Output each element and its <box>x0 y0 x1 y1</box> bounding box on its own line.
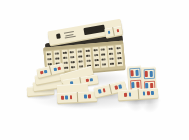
back-pictogram-mark <box>96 54 98 56</box>
dominoes-set-photo <box>0 0 189 140</box>
back-pictogram-mark <box>66 66 68 68</box>
back-pictogram-mark <box>112 57 114 59</box>
back-pictogram-mark <box>88 59 90 61</box>
lid-print-text-line <box>65 36 76 39</box>
pip-pictogram <box>116 29 119 33</box>
pip-pictogram <box>128 93 131 97</box>
pip-pictogram <box>44 70 47 74</box>
lid-logo-print <box>56 33 61 39</box>
standing-tile-back <box>77 48 85 69</box>
back-pictogram-mark <box>103 49 105 51</box>
back-pictogram-mark <box>73 65 75 67</box>
pip-pictogram <box>88 95 91 99</box>
back-pictogram-mark <box>72 51 74 53</box>
back-pictogram-mark <box>118 47 120 49</box>
tile-half <box>112 25 123 36</box>
tile-half-framed <box>143 68 154 79</box>
domino-tile-chain-left <box>57 91 97 103</box>
back-pictogram-mark <box>111 48 113 50</box>
back-pictogram-mark <box>73 61 75 63</box>
pip-pictogram <box>130 70 134 76</box>
tile-half-framed <box>129 67 141 78</box>
back-pictogram-mark <box>95 49 97 51</box>
pip-pictogram <box>143 92 146 96</box>
pip-pictogram <box>90 78 93 82</box>
back-pictogram-mark <box>65 57 67 59</box>
pip-pictogram <box>107 30 110 34</box>
pip-pictogram <box>118 85 121 89</box>
back-pictogram-mark <box>119 52 121 54</box>
pip-pictogram <box>147 91 150 95</box>
back-pictogram-mark <box>111 53 113 55</box>
pip-pictogram <box>131 82 135 88</box>
back-pictogram-mark <box>64 52 66 54</box>
standing-tile-back <box>107 46 115 67</box>
pip-pictogram <box>58 67 61 71</box>
pip-pictogram <box>86 79 89 83</box>
back-pictogram-mark <box>104 58 106 60</box>
pip-pictogram <box>149 71 153 77</box>
back-pictogram-mark <box>97 63 99 65</box>
pip-pictogram <box>136 82 140 88</box>
back-pictogram-mark <box>80 51 82 53</box>
standing-tile-back <box>69 49 77 70</box>
back-pictogram-mark <box>96 59 98 61</box>
lid-print-label <box>83 25 105 36</box>
tile-half <box>57 92 77 103</box>
standing-tile-back <box>92 47 100 68</box>
pip-pictogram <box>54 67 57 71</box>
product-photo <box>0 0 189 140</box>
back-pictogram-mark <box>112 62 114 64</box>
pip-pictogram <box>135 70 139 76</box>
back-pictogram-mark <box>65 61 67 63</box>
tile-half <box>137 88 158 99</box>
back-pictogram-mark <box>81 60 83 62</box>
pip-pictogram <box>65 96 68 100</box>
pip-pictogram <box>61 96 64 100</box>
back-pictogram-mark <box>88 50 90 52</box>
back-pictogram-mark <box>103 53 105 55</box>
back-pictogram-mark <box>73 56 75 58</box>
back-pictogram-mark <box>88 55 90 57</box>
pip-pictogram <box>98 89 101 93</box>
back-pictogram-mark <box>49 58 51 60</box>
pip-pictogram <box>84 95 87 99</box>
pip-pictogram <box>144 71 148 77</box>
back-pictogram-mark <box>57 57 59 59</box>
back-pictogram-mark <box>119 57 121 59</box>
pip-pictogram <box>40 71 43 75</box>
pip-pictogram <box>124 93 127 97</box>
standing-tile-back <box>100 46 108 67</box>
tile-half <box>118 89 138 100</box>
back-pictogram-mark <box>120 61 122 63</box>
back-pictogram-mark <box>57 53 59 55</box>
pip-pictogram <box>102 88 105 92</box>
back-pictogram-mark <box>49 53 51 55</box>
pip-pictogram <box>151 91 154 95</box>
pip-pictogram <box>114 86 117 90</box>
pip-pictogram <box>69 96 72 100</box>
back-pictogram-mark <box>104 63 106 65</box>
back-pictogram-mark <box>80 55 82 57</box>
standing-tile-back <box>115 45 123 66</box>
